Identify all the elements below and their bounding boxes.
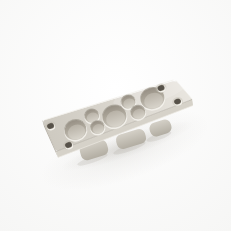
cable-entry-plate-photo (0, 0, 231, 231)
product-photo-frame (0, 0, 231, 231)
